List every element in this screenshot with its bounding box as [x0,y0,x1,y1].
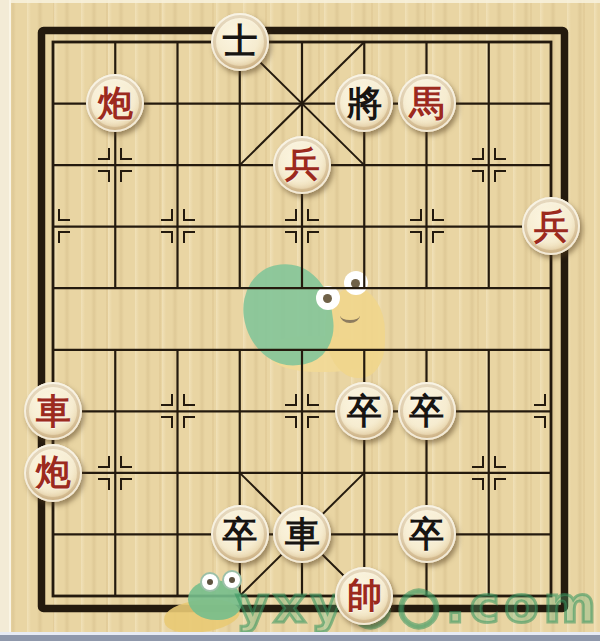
marker-bracket [307,231,319,243]
marker-bracket [120,478,132,490]
marker-bracket [494,170,506,182]
point-marker [470,454,508,492]
marker-bracket [432,231,444,243]
marker-bracket [494,456,506,468]
piece-red-cannon-1[interactable]: 炮 [86,74,144,132]
point-marker [470,146,508,184]
point-marker [159,207,197,245]
marker-bracket [307,209,319,221]
piece-glyph: 兵 [285,147,320,182]
marker-bracket [472,170,484,182]
point-marker [34,207,72,245]
marker-bracket [183,209,195,221]
piece-glyph: 車 [36,394,71,429]
marker-bracket [285,209,297,221]
marker-bracket [472,478,484,490]
piece-glyph: 炮 [36,455,71,490]
piece-black-soldier-3[interactable]: 卒 [211,505,269,563]
marker-bracket [98,456,110,468]
piece-black-general[interactable]: 將 [335,74,393,132]
marker-bracket [161,231,173,243]
piece-red-general[interactable]: 帥 [335,567,393,625]
point-marker [532,392,570,430]
marker-bracket [432,209,444,221]
marker-bracket [58,231,70,243]
marker-bracket [307,394,319,406]
piece-glyph: 帥 [347,578,382,613]
piece-red-chariot[interactable]: 車 [24,382,82,440]
xiangqi-board[interactable]: 士炮將馬兵兵車卒卒炮卒車卒帥 [22,11,583,627]
piece-red-soldier-1[interactable]: 兵 [273,136,331,194]
marker-bracket [161,416,173,428]
marker-bracket [161,394,173,406]
marker-bracket [472,148,484,160]
point-marker [283,207,321,245]
marker-bracket [161,209,173,221]
marker-bracket [120,148,132,160]
piece-black-advisor[interactable]: 士 [211,13,269,71]
piece-glyph: 兵 [534,209,569,244]
marker-bracket [534,416,546,428]
marker-bracket [494,478,506,490]
marker-bracket [58,209,70,221]
marker-bracket [183,231,195,243]
marker-bracket [307,416,319,428]
piece-glyph: 炮 [98,86,133,121]
point-marker [96,454,134,492]
piece-glyph: 車 [285,517,320,552]
marker-bracket [98,148,110,160]
piece-black-soldier-2[interactable]: 卒 [398,382,456,440]
marker-bracket [98,170,110,182]
marker-bracket [285,394,297,406]
piece-glyph: 卒 [347,394,382,429]
page-bottom-strip-dark [0,635,600,641]
marker-bracket [410,209,422,221]
marker-bracket [285,231,297,243]
point-marker [408,207,446,245]
marker-bracket [120,170,132,182]
marker-bracket [494,148,506,160]
piece-red-soldier-2[interactable]: 兵 [522,197,580,255]
piece-glyph: 士 [222,24,257,59]
point-marker [159,392,197,430]
piece-glyph: 卒 [409,517,444,552]
piece-glyph: 卒 [222,517,257,552]
piece-red-horse[interactable]: 馬 [398,74,456,132]
piece-glyph: 馬 [409,86,444,121]
marker-bracket [120,456,132,468]
piece-black-chariot[interactable]: 車 [273,505,331,563]
marker-bracket [534,394,546,406]
piece-black-soldier-1[interactable]: 卒 [335,382,393,440]
piece-glyph: 卒 [409,394,444,429]
marker-bracket [183,416,195,428]
marker-bracket [98,478,110,490]
marker-bracket [285,416,297,428]
piece-black-soldier-4[interactable]: 卒 [398,505,456,563]
marker-bracket [410,231,422,243]
point-marker [283,392,321,430]
marker-bracket [183,394,195,406]
point-marker [96,146,134,184]
piece-red-cannon-2[interactable]: 炮 [24,444,82,502]
marker-bracket [472,456,484,468]
piece-glyph: 將 [347,86,382,121]
